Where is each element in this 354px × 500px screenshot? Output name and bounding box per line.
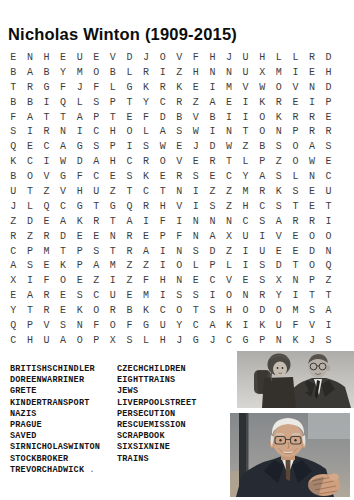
grid-cell-r12c20: I xyxy=(320,214,337,229)
grid-cell-r14c15: I xyxy=(237,244,254,259)
grid-cell-r4c6: S xyxy=(88,95,105,110)
grid-cell-r17c2: A xyxy=(22,288,39,303)
grid-cell-r19c6: F xyxy=(88,318,105,333)
grid-cell-r8c18: O xyxy=(287,154,304,169)
grid-cell-r17c17: Y xyxy=(271,288,288,303)
grid-cell-r6c9: L xyxy=(138,124,155,139)
grid-cell-r19c7: O xyxy=(105,318,122,333)
grid-cell-r3c20: D xyxy=(320,80,337,95)
grid-cell-r16c10: H xyxy=(154,273,171,288)
grid-cell-r3c8: G xyxy=(121,80,138,95)
grid-cell-r4c2: B xyxy=(22,95,39,110)
grid-cell-r12c7: T xyxy=(105,214,122,229)
grid-cell-r16c6: Z xyxy=(88,273,105,288)
word-trevorchadwick: TREVORCHADWICK . xyxy=(10,465,100,476)
grid-cell-r15c8: Z xyxy=(121,258,138,273)
word-liverpoolstreet: LIVERPOOLSTREET xyxy=(117,398,197,409)
grid-cell-r18c7: R xyxy=(105,303,122,318)
grid-cell-r14c8: R xyxy=(121,244,138,259)
grid-cell-r12c11: I xyxy=(171,214,188,229)
grid-cell-r12c6: R xyxy=(88,214,105,229)
grid-cell-r11c14: Z xyxy=(221,199,238,214)
grid-cell-r16c7: I xyxy=(105,273,122,288)
grid-cell-r2c8: L xyxy=(121,65,138,80)
grid-cell-r2c20: H xyxy=(320,65,337,80)
grid-cell-r17c18: I xyxy=(287,288,304,303)
grid-cell-r9c7: E xyxy=(105,169,122,184)
grid-cell-r3c1: T xyxy=(5,80,22,95)
grid-cell-r18c19: S xyxy=(304,303,321,318)
grid-cell-r6c10: A xyxy=(154,124,171,139)
grid-cell-r2c5: M xyxy=(71,65,88,80)
grid-cell-r3c5: J xyxy=(71,80,88,95)
grid-cell-r10c9: C xyxy=(138,184,155,199)
grid-cell-r3c12: E xyxy=(188,80,205,95)
grid-cell-r1c7: V xyxy=(105,50,122,65)
grid-cell-r20c1: C xyxy=(5,333,22,348)
grid-cell-r13c17: V xyxy=(271,229,288,244)
grid-cell-r14c16: U xyxy=(254,244,271,259)
grid-cell-r16c16: S xyxy=(254,273,271,288)
grid-cell-r6c7: H xyxy=(105,124,122,139)
grid-cell-r7c11: E xyxy=(171,139,188,154)
grid-cell-r6c4: N xyxy=(55,124,72,139)
grid-cell-r14c19: D xyxy=(304,244,321,259)
grid-cell-r14c1: C xyxy=(5,244,22,259)
grid-cell-r10c5: H xyxy=(71,184,88,199)
grid-cell-r10c19: E xyxy=(304,184,321,199)
grid-cell-r2c15: U xyxy=(237,65,254,80)
grid-cell-r18c5: K xyxy=(71,303,88,318)
grid-cell-r1c1: E xyxy=(5,50,22,65)
grid-cell-r2c18: I xyxy=(287,65,304,80)
grid-cell-r3c18: V xyxy=(287,80,304,95)
grid-cell-r1c17: L xyxy=(271,50,288,65)
grid-cell-r11c5: G xyxy=(71,199,88,214)
grid-cell-r6c6: C xyxy=(88,124,105,139)
trailing-period: . xyxy=(84,465,95,475)
grid-cell-r4c13: A xyxy=(204,95,221,110)
grid-cell-r16c19: P xyxy=(304,273,321,288)
grid-cell-r20c17: N xyxy=(271,333,288,348)
grid-cell-r6c8: O xyxy=(121,124,138,139)
grid-cell-r4c19: I xyxy=(304,95,321,110)
grid-cell-r15c20: Q xyxy=(320,258,337,273)
grid-cell-r20c20: S xyxy=(320,333,337,348)
grid-cell-r9c1: B xyxy=(5,169,22,184)
grid-cell-r7c17: S xyxy=(271,139,288,154)
grid-cell-r11c16: C xyxy=(254,199,271,214)
grid-cell-r16c18: N xyxy=(287,273,304,288)
grid-cell-r5c20: E xyxy=(320,110,337,125)
photo-winton-with-child-bw xyxy=(237,351,354,408)
grid-cell-r9c2: O xyxy=(22,169,39,184)
grid-cell-r14c18: E xyxy=(287,244,304,259)
grid-cell-r2c3: B xyxy=(38,65,55,80)
grid-cell-r3c14: M xyxy=(221,80,238,95)
grid-cell-r6c19: R xyxy=(304,124,321,139)
grid-cell-r20c10: H xyxy=(154,333,171,348)
grid-cell-r7c14: W xyxy=(221,139,238,154)
grid-cell-r1c18: L xyxy=(287,50,304,65)
grid-cell-r17c19: T xyxy=(304,288,321,303)
grid-cell-r9c18: L xyxy=(287,169,304,184)
grid-cell-r11c3: Q xyxy=(38,199,55,214)
grid-cell-r8c19: W xyxy=(304,154,321,169)
grid-cell-r8c5: D xyxy=(71,154,88,169)
grid-cell-r13c18: E xyxy=(287,229,304,244)
grid-cell-r11c19: E xyxy=(304,199,321,214)
word-nazis: NAZIS xyxy=(10,409,100,420)
grid-cell-r2c10: I xyxy=(154,65,171,80)
grid-cell-r18c15: O xyxy=(237,303,254,318)
grid-cell-r9c4: G xyxy=(55,169,72,184)
grid-cell-r5c13: B xyxy=(204,110,221,125)
grid-cell-r16c15: E xyxy=(237,273,254,288)
grid-cell-r12c4: A xyxy=(55,214,72,229)
grid-cell-r9c10: E xyxy=(154,169,171,184)
grid-cell-r9c3: V xyxy=(38,169,55,184)
grid-cell-r1c16: H xyxy=(254,50,271,65)
grid-cell-r19c8: F xyxy=(121,318,138,333)
grid-cell-r6c14: N xyxy=(221,124,238,139)
grid-cell-r12c16: S xyxy=(254,214,271,229)
grid-cell-r16c12: E xyxy=(188,273,205,288)
grid-cell-r9c12: S xyxy=(188,169,205,184)
word-jews: JEWS xyxy=(117,386,197,397)
grid-cell-r4c15: I xyxy=(237,95,254,110)
grid-cell-r3c4: F xyxy=(55,80,72,95)
grid-cell-r4c4: Q xyxy=(55,95,72,110)
grid-cell-r9c13: E xyxy=(204,169,221,184)
grid-cell-r17c6: C xyxy=(88,288,105,303)
photo-winton-elderly-color xyxy=(230,413,350,497)
grid-cell-r6c18: P xyxy=(287,124,304,139)
grid-cell-r3c10: R xyxy=(154,80,171,95)
grid-cell-r16c13: C xyxy=(204,273,221,288)
grid-cell-r19c18: F xyxy=(287,318,304,333)
grid-cell-r19c12: C xyxy=(188,318,205,333)
grid-cell-r9c15: Y xyxy=(237,169,254,184)
grid-cell-r14c13: D xyxy=(204,244,221,259)
grid-cell-r3c9: K xyxy=(138,80,155,95)
grid-cell-r14c17: E xyxy=(271,244,288,259)
grid-cell-r13c3: R xyxy=(38,229,55,244)
grid-cell-r3c11: K xyxy=(171,80,188,95)
grid-cell-r16c14: V xyxy=(221,273,238,288)
grid-cell-r11c11: V xyxy=(171,199,188,214)
grid-cell-r7c6: S xyxy=(88,139,105,154)
grid-cell-r10c14: Z xyxy=(221,184,238,199)
grid-cell-r7c5: G xyxy=(71,139,88,154)
grid-cell-r18c4: E xyxy=(55,303,72,318)
grid-cell-r11c8: Q xyxy=(121,199,138,214)
grid-cell-r15c6: A xyxy=(88,258,105,273)
word-list-column-1: BRITISHSCHINDLERDOREENWARRINERGRETEKINDE… xyxy=(10,364,100,476)
grid-cell-r13c4: D xyxy=(55,229,72,244)
grid-cell-r9c14: C xyxy=(221,169,238,184)
grid-cell-r3c16: W xyxy=(254,80,271,95)
grid-cell-r2c9: R xyxy=(138,65,155,80)
grid-cell-r4c17: R xyxy=(271,95,288,110)
grid-cell-r20c8: S xyxy=(121,333,138,348)
grid-cell-r9c6: C xyxy=(88,169,105,184)
grid-cell-r20c19: J xyxy=(304,333,321,348)
grid-cell-r19c4: S xyxy=(55,318,72,333)
grid-cell-r5c9: F xyxy=(138,110,155,125)
word-czechchildren: CZECHCHILDREN xyxy=(117,364,197,375)
grid-cell-r5c19: R xyxy=(304,110,321,125)
grid-cell-r13c16: I xyxy=(254,229,271,244)
grid-cell-r1c15: U xyxy=(237,50,254,65)
grid-cell-r12c15: C xyxy=(237,214,254,229)
grid-cell-r12c17: A xyxy=(271,214,288,229)
grid-cell-r19c5: N xyxy=(71,318,88,333)
grid-cell-r16c3: F xyxy=(38,273,55,288)
grid-cell-r11c4: C xyxy=(55,199,72,214)
grid-cell-r7c1: Q xyxy=(5,139,22,154)
grid-cell-r3c19: N xyxy=(304,80,321,95)
grid-cell-r12c18: R xyxy=(287,214,304,229)
grid-cell-r5c7: T xyxy=(105,110,122,125)
grid-cell-r17c1: E xyxy=(5,288,22,303)
grid-cell-r8c16: P xyxy=(254,154,271,169)
grid-cell-r5c15: I xyxy=(237,110,254,125)
grid-cell-r12c14: N xyxy=(221,214,238,229)
grid-cell-r20c15: G xyxy=(237,333,254,348)
grid-cell-r15c16: S xyxy=(254,258,271,273)
grid-cell-r8c7: H xyxy=(105,154,122,169)
grid-cell-r15c14: L xyxy=(221,258,238,273)
grid-cell-r20c2: H xyxy=(22,333,39,348)
grid-cell-r3c15: V xyxy=(237,80,254,95)
grid-cell-r1c19: R xyxy=(304,50,321,65)
grid-cell-r7c2: E xyxy=(22,139,39,154)
grid-cell-r14c12: S xyxy=(188,244,205,259)
grid-cell-r11c18: T xyxy=(287,199,304,214)
grid-cell-r2c11: Z xyxy=(171,65,188,80)
grid-cell-r3c2: R xyxy=(22,80,39,95)
grid-cell-r18c13: S xyxy=(204,303,221,318)
grid-cell-r4c18: E xyxy=(287,95,304,110)
grid-cell-r19c10: U xyxy=(154,318,171,333)
grid-cell-r18c18: M xyxy=(287,303,304,318)
grid-cell-r14c6: S xyxy=(88,244,105,259)
grid-cell-r11c6: T xyxy=(88,199,105,214)
grid-cell-r10c12: I xyxy=(188,184,205,199)
grid-cell-r7c7: P xyxy=(105,139,122,154)
grid-cell-r17c5: S xyxy=(71,288,88,303)
grid-cell-r19c11: Y xyxy=(171,318,188,333)
grid-cell-r14c10: I xyxy=(154,244,171,259)
grid-cell-r6c13: I xyxy=(204,124,221,139)
grid-cell-r17c7: U xyxy=(105,288,122,303)
grid-cell-r5c18: R xyxy=(287,110,304,125)
grid-cell-r3c17: O xyxy=(271,80,288,95)
grid-cell-r19c15: I xyxy=(237,318,254,333)
grid-cell-r15c19: O xyxy=(304,258,321,273)
grid-cell-r14c7: T xyxy=(105,244,122,259)
grid-cell-r7c10: W xyxy=(154,139,171,154)
grid-cell-r10c13: Z xyxy=(204,184,221,199)
word-britishschindler: BRITISHSCHINDLER xyxy=(10,364,100,375)
grid-cell-r16c9: F xyxy=(138,273,155,288)
grid-cell-r5c10: D xyxy=(154,110,171,125)
grid-cell-r14c11: N xyxy=(171,244,188,259)
grid-cell-r15c4: K xyxy=(55,258,72,273)
grid-cell-r9c5: F xyxy=(71,169,88,184)
grid-cell-r14c14: Z xyxy=(221,244,238,259)
grid-cell-r10c7: Z xyxy=(105,184,122,199)
grid-cell-r4c5: L xyxy=(71,95,88,110)
grid-cell-r15c1: A xyxy=(5,258,22,273)
grid-cell-r13c5: E xyxy=(71,229,88,244)
grid-cell-r13c10: P xyxy=(154,229,171,244)
grid-cell-r16c20: Z xyxy=(320,273,337,288)
grid-cell-r11c17: S xyxy=(271,199,288,214)
grid-cell-r10c8: T xyxy=(121,184,138,199)
word-saved: SAVED xyxy=(10,431,100,442)
grid-cell-r17c11: S xyxy=(171,288,188,303)
grid-cell-r11c15: H xyxy=(237,199,254,214)
grid-cell-r4c16: K xyxy=(254,95,271,110)
word-persecution: PERSECUTION xyxy=(117,409,197,420)
grid-cell-r15c12: L xyxy=(188,258,205,273)
grid-cell-r16c1: X xyxy=(5,273,22,288)
word-rescuemission: RESCUEMISSION xyxy=(117,420,197,431)
grid-cell-r11c12: I xyxy=(188,199,205,214)
grid-cell-r19c9: G xyxy=(138,318,155,333)
grid-cell-r6c2: I xyxy=(22,124,39,139)
grid-cell-r11c7: G xyxy=(105,199,122,214)
word-sixsixnine: SIXSIXNINE xyxy=(117,442,197,453)
grid-cell-r7c13: D xyxy=(204,139,221,154)
grid-cell-r8c10: O xyxy=(154,154,171,169)
grid-cell-r13c1: R xyxy=(5,229,22,244)
grid-cell-r20c9: L xyxy=(138,333,155,348)
word-search-grid: ENHEUEVDJOVFHJUHLLRDBABYMOBLRIZHNNUXMIEH… xyxy=(5,50,337,348)
grid-cell-r16c4: O xyxy=(55,273,72,288)
grid-cell-r20c18: K xyxy=(287,333,304,348)
grid-cell-r20c11: J xyxy=(171,333,188,348)
grid-cell-r14c20: N xyxy=(320,244,337,259)
grid-cell-r8c6: A xyxy=(88,154,105,169)
grid-cell-r18c16: D xyxy=(254,303,271,318)
grid-cell-r20c16: P xyxy=(254,333,271,348)
grid-cell-r5c6: P xyxy=(88,110,105,125)
grid-cell-r1c8: D xyxy=(121,50,138,65)
grid-cell-r9c20: C xyxy=(320,169,337,184)
grid-cell-r11c1: J xyxy=(5,199,22,214)
grid-cell-r15c7: M xyxy=(105,258,122,273)
grid-cell-r14c4: T xyxy=(55,244,72,259)
grid-cell-r5c8: E xyxy=(121,110,138,125)
grid-cell-r7c4: A xyxy=(55,139,72,154)
grid-cell-r7c18: O xyxy=(287,139,304,154)
grid-cell-r8c17: Z xyxy=(271,154,288,169)
grid-cell-r12c3: E xyxy=(38,214,55,229)
grid-cell-r15c13: P xyxy=(204,258,221,273)
grid-cell-r1c6: E xyxy=(88,50,105,65)
grid-cell-r14c9: A xyxy=(138,244,155,259)
grid-cell-r18c14: H xyxy=(221,303,238,318)
grid-cell-r20c3: U xyxy=(38,333,55,348)
grid-cell-r8c9: R xyxy=(138,154,155,169)
grid-cell-r19c2: P xyxy=(22,318,39,333)
grid-cell-r2c1: B xyxy=(5,65,22,80)
grid-cell-r5c5: A xyxy=(71,110,88,125)
grid-cell-r15c2: S xyxy=(22,258,39,273)
grid-cell-r8c8: C xyxy=(121,154,138,169)
grid-cell-r12c19: R xyxy=(304,214,321,229)
grid-cell-r1c4: E xyxy=(55,50,72,65)
word-eighttrains: EIGHTTRAINS xyxy=(117,375,197,386)
grid-cell-r12c8: A xyxy=(121,214,138,229)
grid-cell-r2c19: E xyxy=(304,65,321,80)
grid-cell-r5c17: K xyxy=(271,110,288,125)
word-doreenwarriner: DOREENWARRINER xyxy=(10,375,100,386)
grid-cell-r18c9: K xyxy=(138,303,155,318)
grid-cell-r12c13: N xyxy=(204,214,221,229)
grid-cell-r12c5: K xyxy=(71,214,88,229)
grid-cell-r12c2: D xyxy=(22,214,39,229)
grid-cell-r13c7: N xyxy=(105,229,122,244)
grid-cell-r7c20: S xyxy=(320,139,337,154)
grid-cell-r13c9: E xyxy=(138,229,155,244)
grid-cell-r8c20: E xyxy=(320,154,337,169)
grid-cell-r10c10: T xyxy=(154,184,171,199)
grid-cell-r10c3: Z xyxy=(38,184,55,199)
grid-cell-r8c1: K xyxy=(5,154,22,169)
grid-cell-r12c12: N xyxy=(188,214,205,229)
grid-cell-r3c13: I xyxy=(204,80,221,95)
grid-cell-r5c3: T xyxy=(38,110,55,125)
grid-cell-r13c2: Z xyxy=(22,229,39,244)
grid-cell-r20c4: A xyxy=(55,333,72,348)
grid-cell-r7c19: A xyxy=(304,139,321,154)
grid-cell-r13c8: R xyxy=(121,229,138,244)
grid-cell-r20c13: J xyxy=(204,333,221,348)
grid-cell-r4c11: R xyxy=(171,95,188,110)
grid-cell-r11c13: S xyxy=(204,199,221,214)
grid-cell-r6c11: S xyxy=(171,124,188,139)
grid-cell-r11c20: T xyxy=(320,199,337,214)
grid-cell-r14c3: M xyxy=(38,244,55,259)
grid-cell-r4c8: T xyxy=(121,95,138,110)
grid-cell-r13c13: A xyxy=(204,229,221,244)
grid-cell-r5c14: I xyxy=(221,110,238,125)
grid-cell-r12c1: Z xyxy=(5,214,22,229)
grid-cell-r1c5: U xyxy=(71,50,88,65)
grid-cell-r10c17: K xyxy=(271,184,288,199)
grid-cell-r6c17: N xyxy=(271,124,288,139)
grid-cell-r7c16: B xyxy=(254,139,271,154)
grid-cell-r17c14: O xyxy=(221,288,238,303)
grid-cell-r1c11: V xyxy=(171,50,188,65)
grid-cell-r2c2: A xyxy=(22,65,39,80)
word-scrapbook: SCRAPBOOK xyxy=(117,431,197,442)
grid-cell-r17c12: S xyxy=(188,288,205,303)
grid-cell-r8c2: C xyxy=(22,154,39,169)
grid-cell-r16c5: E xyxy=(71,273,88,288)
grid-cell-r13c11: F xyxy=(171,229,188,244)
grid-cell-r8c15: L xyxy=(237,154,254,169)
grid-cell-r18c11: O xyxy=(171,303,188,318)
grid-cell-r13c6: E xyxy=(88,229,105,244)
grid-cell-r17c20: T xyxy=(320,288,337,303)
grid-cell-r7c15: Z xyxy=(237,139,254,154)
grid-cell-r18c17: O xyxy=(271,303,288,318)
